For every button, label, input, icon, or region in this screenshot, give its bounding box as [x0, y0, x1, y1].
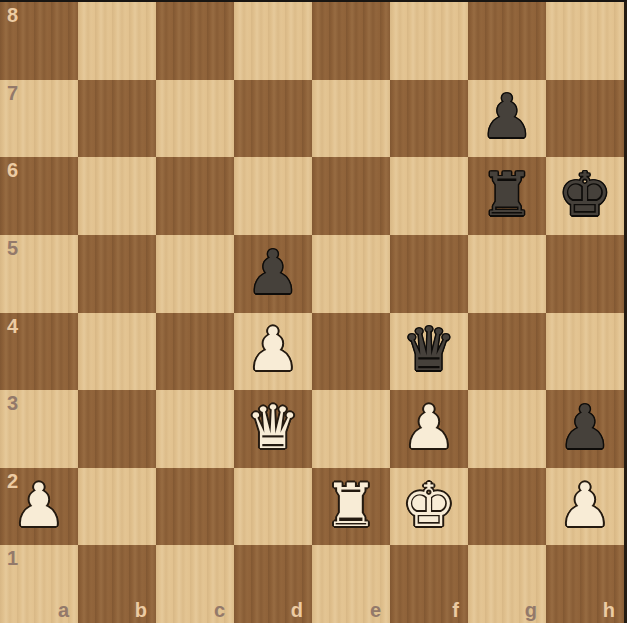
black-king[interactable]: ♚ — [558, 164, 612, 224]
white-pawn[interactable]: ♟ — [402, 397, 456, 457]
square-f2[interactable]: ♚ — [390, 468, 468, 546]
square-a3[interactable]: 3 — [0, 390, 78, 468]
white-king[interactable]: ♚ — [402, 475, 456, 535]
square-b6[interactable] — [78, 157, 156, 235]
square-f7[interactable] — [390, 80, 468, 158]
rank-label-6: 6 — [7, 160, 18, 180]
square-c8[interactable] — [156, 2, 234, 80]
square-c1[interactable]: c — [156, 545, 234, 623]
square-b3[interactable] — [78, 390, 156, 468]
square-h4[interactable] — [546, 313, 624, 391]
square-d8[interactable] — [234, 2, 312, 80]
square-f5[interactable] — [390, 235, 468, 313]
square-d1[interactable]: d — [234, 545, 312, 623]
square-g2[interactable] — [468, 468, 546, 546]
rank-label-8: 8 — [7, 5, 18, 25]
square-c7[interactable] — [156, 80, 234, 158]
file-label-b: b — [135, 600, 147, 620]
square-e1[interactable]: e — [312, 545, 390, 623]
rank-label-5: 5 — [7, 238, 18, 258]
white-pawn[interactable]: ♟ — [558, 475, 612, 535]
square-b4[interactable] — [78, 313, 156, 391]
square-h6[interactable]: ♚ — [546, 157, 624, 235]
square-h7[interactable] — [546, 80, 624, 158]
square-d2[interactable] — [234, 468, 312, 546]
black-queen[interactable]: ♛ — [402, 319, 456, 379]
square-h8[interactable] — [546, 2, 624, 80]
white-pawn[interactable]: ♟ — [246, 319, 300, 379]
square-e2[interactable]: ♜ — [312, 468, 390, 546]
square-g6[interactable]: ♜ — [468, 157, 546, 235]
square-d5[interactable]: ♟ — [234, 235, 312, 313]
square-h2[interactable]: ♟ — [546, 468, 624, 546]
black-pawn[interactable]: ♟ — [246, 242, 300, 302]
file-label-h: h — [603, 600, 615, 620]
square-f8[interactable] — [390, 2, 468, 80]
square-e3[interactable] — [312, 390, 390, 468]
square-e6[interactable] — [312, 157, 390, 235]
square-h5[interactable] — [546, 235, 624, 313]
rank-label-3: 3 — [7, 393, 18, 413]
square-b7[interactable] — [78, 80, 156, 158]
square-g1[interactable]: g — [468, 545, 546, 623]
square-a6[interactable]: 6 — [0, 157, 78, 235]
square-d7[interactable] — [234, 80, 312, 158]
square-f3[interactable]: ♟ — [390, 390, 468, 468]
file-label-f: f — [452, 600, 459, 620]
file-label-g: g — [525, 600, 537, 620]
square-g5[interactable] — [468, 235, 546, 313]
square-e5[interactable] — [312, 235, 390, 313]
black-rook[interactable]: ♜ — [480, 164, 534, 224]
square-a5[interactable]: 5 — [0, 235, 78, 313]
rank-label-1: 1 — [7, 548, 18, 568]
white-queen[interactable]: ♛ — [246, 397, 300, 457]
square-e4[interactable] — [312, 313, 390, 391]
square-a4[interactable]: 4 — [0, 313, 78, 391]
file-label-c: c — [214, 600, 225, 620]
square-f6[interactable] — [390, 157, 468, 235]
rank-label-7: 7 — [7, 83, 18, 103]
square-g3[interactable] — [468, 390, 546, 468]
file-label-a: a — [58, 600, 69, 620]
square-h1[interactable]: h — [546, 545, 624, 623]
square-g8[interactable] — [468, 2, 546, 80]
white-rook[interactable]: ♜ — [324, 475, 378, 535]
chess-board: 87♟6♜♚5♟4♟♛3♛♟♟2♟♜♚♟1abcdefgh — [0, 0, 627, 623]
square-f1[interactable]: f — [390, 545, 468, 623]
square-c3[interactable] — [156, 390, 234, 468]
file-label-d: d — [291, 600, 303, 620]
square-e8[interactable] — [312, 2, 390, 80]
square-c2[interactable] — [156, 468, 234, 546]
rank-label-4: 4 — [7, 316, 18, 336]
file-label-e: e — [370, 600, 381, 620]
square-a7[interactable]: 7 — [0, 80, 78, 158]
square-d3[interactable]: ♛ — [234, 390, 312, 468]
square-a1[interactable]: 1a — [0, 545, 78, 623]
square-a2[interactable]: 2♟ — [0, 468, 78, 546]
square-e7[interactable] — [312, 80, 390, 158]
square-g4[interactable] — [468, 313, 546, 391]
square-f4[interactable]: ♛ — [390, 313, 468, 391]
white-pawn[interactable]: ♟ — [12, 475, 66, 535]
square-b2[interactable] — [78, 468, 156, 546]
square-c5[interactable] — [156, 235, 234, 313]
square-d6[interactable] — [234, 157, 312, 235]
square-b5[interactable] — [78, 235, 156, 313]
black-pawn[interactable]: ♟ — [558, 397, 612, 457]
square-c6[interactable] — [156, 157, 234, 235]
square-d4[interactable]: ♟ — [234, 313, 312, 391]
black-pawn[interactable]: ♟ — [480, 86, 534, 146]
square-b1[interactable]: b — [78, 545, 156, 623]
square-g7[interactable]: ♟ — [468, 80, 546, 158]
square-a8[interactable]: 8 — [0, 2, 78, 80]
square-b8[interactable] — [78, 2, 156, 80]
square-h3[interactable]: ♟ — [546, 390, 624, 468]
square-c4[interactable] — [156, 313, 234, 391]
